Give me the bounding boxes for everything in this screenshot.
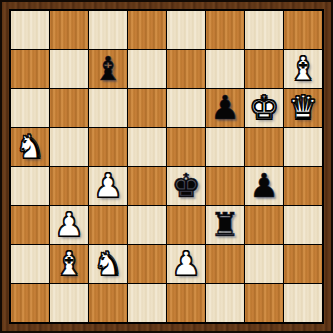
square-a2[interactable] — [11, 245, 49, 283]
piece-white-bishop-h7[interactable]: ♝ — [288, 50, 318, 88]
square-h8[interactable] — [284, 11, 322, 49]
piece-black-pawn-f6[interactable]: ♟ — [210, 89, 240, 127]
piece-white-queen-h6[interactable]: ♛ — [288, 89, 318, 127]
square-d6[interactable] — [128, 89, 166, 127]
square-c8[interactable] — [89, 11, 127, 49]
chess-board: ♝♝♟♚♛♞♟♚♟♟♜♝♞♟ — [11, 11, 322, 322]
square-a1[interactable] — [11, 284, 49, 322]
square-c4[interactable]: ♟ — [89, 167, 127, 205]
piece-black-king-e4[interactable]: ♚ — [171, 167, 201, 205]
square-a6[interactable] — [11, 89, 49, 127]
square-b3[interactable]: ♟ — [50, 206, 88, 244]
piece-black-bishop-c7[interactable]: ♝ — [93, 50, 123, 88]
square-d1[interactable] — [128, 284, 166, 322]
square-b5[interactable] — [50, 128, 88, 166]
square-d3[interactable] — [128, 206, 166, 244]
square-e2[interactable]: ♟ — [167, 245, 205, 283]
square-h2[interactable] — [284, 245, 322, 283]
square-b1[interactable] — [50, 284, 88, 322]
piece-white-knight-a5[interactable]: ♞ — [15, 128, 45, 166]
piece-white-king-g6[interactable]: ♚ — [249, 89, 279, 127]
square-f4[interactable] — [206, 167, 244, 205]
square-d2[interactable] — [128, 245, 166, 283]
square-c1[interactable] — [89, 284, 127, 322]
square-h4[interactable] — [284, 167, 322, 205]
square-e7[interactable] — [167, 50, 205, 88]
square-b4[interactable] — [50, 167, 88, 205]
piece-white-knight-c2[interactable]: ♞ — [93, 245, 123, 283]
square-h6[interactable]: ♛ — [284, 89, 322, 127]
square-c2[interactable]: ♞ — [89, 245, 127, 283]
square-g7[interactable] — [245, 50, 283, 88]
piece-black-rook-f3[interactable]: ♜ — [210, 206, 240, 244]
square-b6[interactable] — [50, 89, 88, 127]
square-a7[interactable] — [11, 50, 49, 88]
square-e3[interactable] — [167, 206, 205, 244]
square-f3[interactable]: ♜ — [206, 206, 244, 244]
square-f8[interactable] — [206, 11, 244, 49]
square-d4[interactable] — [128, 167, 166, 205]
square-a5[interactable]: ♞ — [11, 128, 49, 166]
piece-white-pawn-c4[interactable]: ♟ — [93, 167, 123, 205]
square-d8[interactable] — [128, 11, 166, 49]
square-a4[interactable] — [11, 167, 49, 205]
board-inner-border: ♝♝♟♚♛♞♟♚♟♟♜♝♞♟ — [9, 9, 324, 324]
square-f5[interactable] — [206, 128, 244, 166]
square-c6[interactable] — [89, 89, 127, 127]
square-g1[interactable] — [245, 284, 283, 322]
square-c3[interactable] — [89, 206, 127, 244]
piece-white-pawn-e2[interactable]: ♟ — [171, 245, 201, 283]
square-f2[interactable] — [206, 245, 244, 283]
square-h1[interactable] — [284, 284, 322, 322]
square-e8[interactable] — [167, 11, 205, 49]
square-e4[interactable]: ♚ — [167, 167, 205, 205]
square-f7[interactable] — [206, 50, 244, 88]
square-g3[interactable] — [245, 206, 283, 244]
square-c5[interactable] — [89, 128, 127, 166]
square-h3[interactable] — [284, 206, 322, 244]
square-g4[interactable]: ♟ — [245, 167, 283, 205]
board-frame: ♝♝♟♚♛♞♟♚♟♟♜♝♞♟ — [0, 0, 333, 333]
piece-white-pawn-b3[interactable]: ♟ — [54, 206, 84, 244]
square-d5[interactable] — [128, 128, 166, 166]
square-e1[interactable] — [167, 284, 205, 322]
square-b2[interactable]: ♝ — [50, 245, 88, 283]
square-e5[interactable] — [167, 128, 205, 166]
square-h5[interactable] — [284, 128, 322, 166]
square-e6[interactable] — [167, 89, 205, 127]
square-g6[interactable]: ♚ — [245, 89, 283, 127]
square-c7[interactable]: ♝ — [89, 50, 127, 88]
square-d7[interactable] — [128, 50, 166, 88]
square-g2[interactable] — [245, 245, 283, 283]
square-b8[interactable] — [50, 11, 88, 49]
square-f6[interactable]: ♟ — [206, 89, 244, 127]
square-g5[interactable] — [245, 128, 283, 166]
square-b7[interactable] — [50, 50, 88, 88]
piece-black-pawn-g4[interactable]: ♟ — [249, 167, 279, 205]
square-a3[interactable] — [11, 206, 49, 244]
square-h7[interactable]: ♝ — [284, 50, 322, 88]
square-g8[interactable] — [245, 11, 283, 49]
piece-white-bishop-b2[interactable]: ♝ — [54, 245, 84, 283]
square-f1[interactable] — [206, 284, 244, 322]
square-a8[interactable] — [11, 11, 49, 49]
